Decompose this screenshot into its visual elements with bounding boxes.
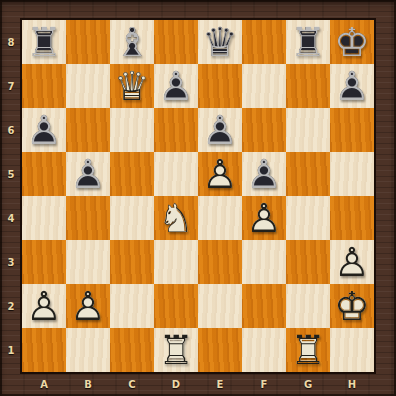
white-pawn-outline: ♙ [242, 196, 286, 240]
black-pawn[interactable]: ♟♙ [22, 108, 66, 152]
square-e3[interactable] [198, 240, 242, 284]
white-pawn[interactable]: ♟♙ [242, 196, 286, 240]
square-h1[interactable] [330, 328, 374, 372]
black-pawn-outline: ♙ [22, 108, 66, 152]
square-g7[interactable] [286, 64, 330, 108]
white-king-outline: ♔ [330, 284, 374, 328]
black-bishop-outline: ♗ [110, 20, 154, 64]
square-f5[interactable]: ♟♙ [242, 152, 286, 196]
black-king[interactable]: ♚♔ [330, 20, 374, 64]
square-h8[interactable]: ♚♔ [330, 20, 374, 64]
file-label-b: B [66, 372, 110, 396]
square-h5[interactable] [330, 152, 374, 196]
black-pawn-outline: ♙ [330, 64, 374, 108]
square-c5[interactable] [110, 152, 154, 196]
square-h6[interactable] [330, 108, 374, 152]
square-e2[interactable] [198, 284, 242, 328]
square-g4[interactable] [286, 196, 330, 240]
square-c3[interactable] [110, 240, 154, 284]
black-rook[interactable]: ♜♖ [22, 20, 66, 64]
square-b8[interactable] [66, 20, 110, 64]
square-e7[interactable] [198, 64, 242, 108]
square-g1[interactable]: ♜♖ [286, 328, 330, 372]
rank-label-6: 6 [0, 108, 22, 152]
square-h7[interactable]: ♟♙ [330, 64, 374, 108]
rank-label-7: 7 [0, 64, 22, 108]
square-b4[interactable] [66, 196, 110, 240]
rank-label-5: 5 [0, 152, 22, 196]
white-pawn[interactable]: ♟♙ [330, 240, 374, 284]
square-h4[interactable] [330, 196, 374, 240]
white-rook-outline: ♖ [154, 328, 198, 372]
white-queen-outline: ♕ [110, 64, 154, 108]
file-label-a: A [22, 372, 66, 396]
file-label-h: H [330, 372, 374, 396]
black-rook-outline: ♖ [22, 20, 66, 64]
black-pawn[interactable]: ♟♙ [242, 152, 286, 196]
rank-label-2: 2 [0, 284, 22, 328]
black-queen[interactable]: ♛♕ [198, 20, 242, 64]
square-g8[interactable]: ♜♖ [286, 20, 330, 64]
white-king[interactable]: ♚♔ [330, 284, 374, 328]
square-b1[interactable] [66, 328, 110, 372]
square-a3[interactable] [22, 240, 66, 284]
square-g6[interactable] [286, 108, 330, 152]
white-rook[interactable]: ♜♖ [154, 328, 198, 372]
square-d8[interactable] [154, 20, 198, 64]
white-pawn-outline: ♙ [330, 240, 374, 284]
black-pawn-outline: ♙ [154, 64, 198, 108]
black-pawn[interactable]: ♟♙ [154, 64, 198, 108]
white-knight-outline: ♘ [154, 196, 198, 240]
square-f8[interactable] [242, 20, 286, 64]
rank-labels: 87654321 [0, 20, 22, 372]
square-a1[interactable] [22, 328, 66, 372]
file-label-d: D [154, 372, 198, 396]
white-rook[interactable]: ♜♖ [286, 328, 330, 372]
black-pawn-outline: ♙ [242, 152, 286, 196]
square-f6[interactable] [242, 108, 286, 152]
white-pawn-outline: ♙ [66, 284, 110, 328]
square-b5[interactable]: ♟♙ [66, 152, 110, 196]
white-pawn-outline: ♙ [198, 152, 242, 196]
square-d2[interactable] [154, 284, 198, 328]
chess-board[interactable]: ♜♖♝♗♛♕♜♖♚♔♛♕♟♙♟♙♟♙♟♙♟♙♟♙♟♙♞♘♟♙♟♙♟♙♟♙♚♔♜♖… [22, 20, 374, 372]
white-queen[interactable]: ♛♕ [110, 64, 154, 108]
square-g5[interactable] [286, 152, 330, 196]
square-e4[interactable] [198, 196, 242, 240]
square-f2[interactable] [242, 284, 286, 328]
file-labels: ABCDEFGH [22, 372, 374, 396]
rank-label-4: 4 [0, 196, 22, 240]
black-pawn-outline: ♙ [198, 108, 242, 152]
black-pawn[interactable]: ♟♙ [330, 64, 374, 108]
white-knight[interactable]: ♞♘ [154, 196, 198, 240]
chess-board-frame: 87654321 ♜♖♝♗♛♕♜♖♚♔♛♕♟♙♟♙♟♙♟♙♟♙♟♙♟♙♞♘♟♙♟… [0, 0, 396, 396]
square-c4[interactable] [110, 196, 154, 240]
file-label-c: C [110, 372, 154, 396]
square-c8[interactable]: ♝♗ [110, 20, 154, 64]
square-c1[interactable] [110, 328, 154, 372]
rank-label-3: 3 [0, 240, 22, 284]
black-pawn[interactable]: ♟♙ [198, 108, 242, 152]
black-pawn-outline: ♙ [66, 152, 110, 196]
white-pawn[interactable]: ♟♙ [66, 284, 110, 328]
square-e1[interactable] [198, 328, 242, 372]
square-a6[interactable]: ♟♙ [22, 108, 66, 152]
white-pawn-outline: ♙ [22, 284, 66, 328]
square-a8[interactable]: ♜♖ [22, 20, 66, 64]
white-rook-outline: ♖ [286, 328, 330, 372]
square-g3[interactable] [286, 240, 330, 284]
square-c7[interactable]: ♛♕ [110, 64, 154, 108]
square-a2[interactable]: ♟♙ [22, 284, 66, 328]
square-b3[interactable] [66, 240, 110, 284]
square-d5[interactable] [154, 152, 198, 196]
square-b2[interactable]: ♟♙ [66, 284, 110, 328]
square-e5[interactable]: ♟♙ [198, 152, 242, 196]
square-e6[interactable]: ♟♙ [198, 108, 242, 152]
file-label-f: F [242, 372, 286, 396]
square-h2[interactable]: ♚♔ [330, 284, 374, 328]
black-king-outline: ♔ [330, 20, 374, 64]
square-c6[interactable] [110, 108, 154, 152]
rank-label-8: 8 [0, 20, 22, 64]
square-a4[interactable] [22, 196, 66, 240]
file-label-e: E [198, 372, 242, 396]
square-d6[interactable] [154, 108, 198, 152]
square-b7[interactable] [66, 64, 110, 108]
square-d3[interactable] [154, 240, 198, 284]
square-d1[interactable]: ♜♖ [154, 328, 198, 372]
square-d7[interactable]: ♟♙ [154, 64, 198, 108]
square-f7[interactable] [242, 64, 286, 108]
black-queen-outline: ♕ [198, 20, 242, 64]
white-pawn[interactable]: ♟♙ [22, 284, 66, 328]
black-pawn[interactable]: ♟♙ [66, 152, 110, 196]
square-f3[interactable] [242, 240, 286, 284]
black-rook[interactable]: ♜♖ [286, 20, 330, 64]
file-label-g: G [286, 372, 330, 396]
square-a5[interactable] [22, 152, 66, 196]
square-b6[interactable] [66, 108, 110, 152]
black-bishop[interactable]: ♝♗ [110, 20, 154, 64]
square-f4[interactable]: ♟♙ [242, 196, 286, 240]
square-a7[interactable] [22, 64, 66, 108]
square-e8[interactable]: ♛♕ [198, 20, 242, 64]
square-c2[interactable] [110, 284, 154, 328]
rank-label-1: 1 [0, 328, 22, 372]
square-g2[interactable] [286, 284, 330, 328]
square-f1[interactable] [242, 328, 286, 372]
square-d4[interactable]: ♞♘ [154, 196, 198, 240]
square-h3[interactable]: ♟♙ [330, 240, 374, 284]
white-pawn[interactable]: ♟♙ [198, 152, 242, 196]
black-rook-outline: ♖ [286, 20, 330, 64]
